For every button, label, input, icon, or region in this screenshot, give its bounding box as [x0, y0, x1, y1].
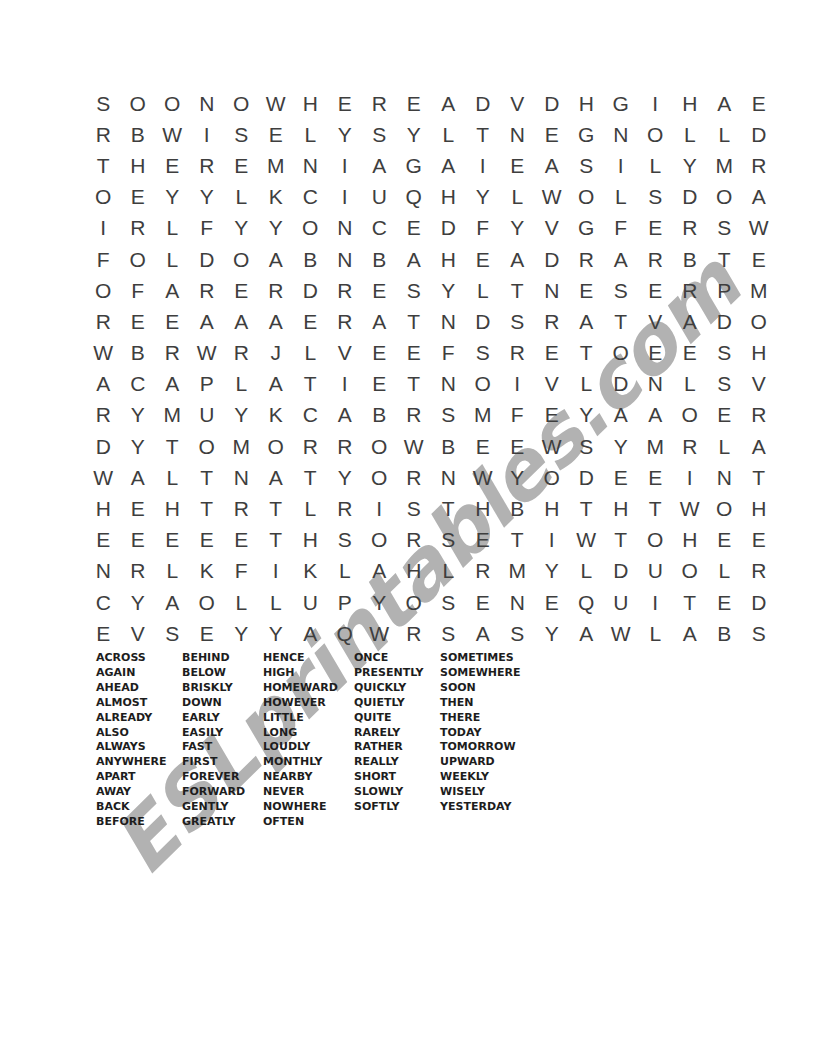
grid-cell-r15c11: S: [431, 525, 466, 556]
word-however: HOWEVER: [263, 696, 354, 711]
grid-cell-r15c12: E: [466, 525, 501, 556]
word-almost: ALMOST: [96, 696, 182, 711]
word-forever: FOREVER: [182, 770, 263, 785]
grid-cell-r11c10: R: [397, 400, 432, 431]
grid-cell-r13c8: Y: [328, 462, 363, 493]
grid-cell-r14c3: H: [155, 493, 190, 524]
grid-cell-r10c13: I: [500, 369, 535, 400]
grid-cell-r10c2: C: [121, 369, 156, 400]
grid-cell-r18c3: S: [155, 618, 190, 649]
word-softly: SOFTLY: [354, 800, 440, 815]
grid-cell-r5c2: R: [121, 213, 156, 244]
grid-cell-r5c7: O: [293, 213, 328, 244]
grid-cell-r17c3: A: [155, 587, 190, 618]
grid-cell-r13c11: N: [431, 462, 466, 493]
grid-cell-r1c5: O: [224, 88, 259, 119]
word-yesterday: YESTERDAY: [440, 800, 530, 815]
grid-cell-r17c2: Y: [121, 587, 156, 618]
word-quietly: QUIETLY: [354, 696, 440, 711]
grid-cell-r14c5: R: [224, 493, 259, 524]
grid-cell-r3c9: A: [362, 150, 397, 181]
grid-cell-r9c15: T: [569, 338, 604, 369]
grid-cell-r1c13: V: [500, 88, 535, 119]
grid-cell-r12c10: W: [397, 431, 432, 462]
word-quite: QUITE: [354, 711, 440, 726]
word-apart: APART: [96, 770, 182, 785]
grid-cell-r7c6: R: [259, 275, 294, 306]
grid-cell-r6c1: F: [86, 244, 121, 275]
grid-cell-r14c17: T: [638, 493, 673, 524]
word-list: ACROSSAGAINAHEADALMOSTALREADYALSOALWAYSA…: [96, 651, 530, 830]
grid-cell-r3c11: A: [431, 150, 466, 181]
grid-cell-r3c12: I: [466, 150, 501, 181]
grid-cell-r9c20: H: [742, 338, 777, 369]
grid-cell-r16c9: A: [362, 556, 397, 587]
grid-cell-r9c9: E: [362, 338, 397, 369]
grid-cell-r13c17: E: [638, 462, 673, 493]
word-again: AGAIN: [96, 666, 182, 681]
word-wisely: WISELY: [440, 785, 530, 800]
grid-cell-r6c13: A: [500, 244, 535, 275]
grid-cell-r5c9: C: [362, 213, 397, 244]
grid-cell-r5c20: W: [742, 213, 777, 244]
grid-cell-r17c9: Y: [362, 587, 397, 618]
grid-cell-r2c2: B: [121, 119, 156, 150]
grid-cell-r9c18: E: [673, 338, 708, 369]
word-then: THEN: [440, 696, 530, 711]
grid-cell-r14c9: I: [362, 493, 397, 524]
grid-cell-r11c20: R: [742, 400, 777, 431]
grid-cell-r13c13: Y: [500, 462, 535, 493]
word-briskly: BRISKLY: [182, 681, 263, 696]
grid-cell-r6c16: A: [604, 244, 639, 275]
grid-cell-r5c14: V: [535, 213, 570, 244]
grid-cell-r2c6: E: [259, 119, 294, 150]
grid-cell-r9c8: V: [328, 338, 363, 369]
grid-cell-r12c5: M: [224, 431, 259, 462]
word-before: BEFORE: [96, 815, 182, 830]
grid-cell-r11c9: B: [362, 400, 397, 431]
grid-cell-r12c3: T: [155, 431, 190, 462]
word-little: LITTLE: [263, 711, 354, 726]
grid-cell-r1c15: H: [569, 88, 604, 119]
word-list-column-5: SOMETIMESSOMEWHERESOONTHENTHERETODAYTOMO…: [440, 651, 530, 830]
grid-cell-r11c7: C: [293, 400, 328, 431]
grid-cell-r15c1: E: [86, 525, 121, 556]
grid-cell-r15c4: E: [190, 525, 225, 556]
grid-cell-r7c20: M: [742, 275, 777, 306]
grid-cell-r12c6: O: [259, 431, 294, 462]
word-rarely: RARELY: [354, 726, 440, 741]
grid-cell-r3c16: I: [604, 150, 639, 181]
grid-cell-r13c14: O: [535, 462, 570, 493]
word-sometimes: SOMETIMES: [440, 651, 530, 666]
grid-cell-r10c17: N: [638, 369, 673, 400]
grid-cell-r7c8: R: [328, 275, 363, 306]
grid-cell-r3c17: L: [638, 150, 673, 181]
grid-cell-r16c13: M: [500, 556, 535, 587]
word-anywhere: ANYWHERE: [96, 755, 182, 770]
grid-cell-r11c2: Y: [121, 400, 156, 431]
grid-cell-r3c8: I: [328, 150, 363, 181]
grid-cell-r7c14: N: [535, 275, 570, 306]
grid-cell-r12c20: A: [742, 431, 777, 462]
grid-cell-r10c15: L: [569, 369, 604, 400]
grid-cell-r7c17: E: [638, 275, 673, 306]
word-easily: EASILY: [182, 726, 263, 741]
grid-cell-r14c4: T: [190, 493, 225, 524]
grid-cell-r7c7: D: [293, 275, 328, 306]
word-across: ACROSS: [96, 651, 182, 666]
word-high: HIGH: [263, 666, 354, 681]
grid-cell-r6c3: L: [155, 244, 190, 275]
grid-cell-r6c18: B: [673, 244, 708, 275]
grid-cell-r17c8: P: [328, 587, 363, 618]
grid-cell-r18c20: S: [742, 618, 777, 649]
grid-cell-r11c12: M: [466, 400, 501, 431]
grid-cell-r18c1: E: [86, 618, 121, 649]
grid-cell-r2c8: Y: [328, 119, 363, 150]
worksheet-page: ESLprintables.com SOONOWHEREADVDHGIHAERB…: [0, 0, 821, 1062]
grid-cell-r1c20: E: [742, 88, 777, 119]
word-presently: PRESENTLY: [354, 666, 440, 681]
grid-cell-r1c8: E: [328, 88, 363, 119]
grid-cell-r2c10: Y: [397, 119, 432, 150]
grid-cell-r5c3: L: [155, 213, 190, 244]
grid-cell-r13c6: A: [259, 462, 294, 493]
grid-cell-r9c19: S: [707, 338, 742, 369]
grid-cell-r1c17: I: [638, 88, 673, 119]
grid-cell-r16c8: L: [328, 556, 363, 587]
grid-cell-r15c7: H: [293, 525, 328, 556]
grid-cell-r8c2: E: [121, 306, 156, 337]
grid-cell-r17c7: U: [293, 587, 328, 618]
grid-cell-r17c20: D: [742, 587, 777, 618]
grid-cell-r10c1: A: [86, 369, 121, 400]
grid-cell-r4c10: Q: [397, 182, 432, 213]
grid-cell-r11c18: O: [673, 400, 708, 431]
word-early: EARLY: [182, 711, 263, 726]
grid-cell-r16c20: R: [742, 556, 777, 587]
grid-cell-r7c2: F: [121, 275, 156, 306]
grid-cell-r12c16: Y: [604, 431, 639, 462]
grid-cell-r4c8: I: [328, 182, 363, 213]
grid-cell-r13c7: T: [293, 462, 328, 493]
grid-cell-r6c10: A: [397, 244, 432, 275]
grid-cell-r9c16: O: [604, 338, 639, 369]
grid-cell-r12c11: B: [431, 431, 466, 462]
grid-cell-r9c14: E: [535, 338, 570, 369]
grid-cell-r3c20: R: [742, 150, 777, 181]
grid-cell-r17c10: O: [397, 587, 432, 618]
grid-cell-r11c19: E: [707, 400, 742, 431]
grid-cell-r15c8: S: [328, 525, 363, 556]
grid-cell-r2c13: N: [500, 119, 535, 150]
word-list-column-1: ACROSSAGAINAHEADALMOSTALREADYALSOALWAYSA…: [96, 651, 182, 830]
grid-cell-r3c1: T: [86, 150, 121, 181]
word-monthly: MONTHLY: [263, 755, 354, 770]
grid-cell-r3c2: H: [121, 150, 156, 181]
grid-cell-r16c12: R: [466, 556, 501, 587]
grid-cell-r3c18: Y: [673, 150, 708, 181]
grid-cell-r8c5: A: [224, 306, 259, 337]
grid-cell-r2c11: L: [431, 119, 466, 150]
grid-cell-r17c11: S: [431, 587, 466, 618]
word-nearby: NEARBY: [263, 770, 354, 785]
grid-cell-r5c6: Y: [259, 213, 294, 244]
grid-cell-r8c8: R: [328, 306, 363, 337]
grid-cell-r8c15: A: [569, 306, 604, 337]
word-slowly: SLOWLY: [354, 785, 440, 800]
grid-cell-r14c14: H: [535, 493, 570, 524]
grid-cell-r3c4: R: [190, 150, 225, 181]
word-forward: FORWARD: [182, 785, 263, 800]
grid-cell-r10c5: L: [224, 369, 259, 400]
grid-cell-r18c8: Q: [328, 618, 363, 649]
word-once: ONCE: [354, 651, 440, 666]
grid-cell-r17c15: Q: [569, 587, 604, 618]
grid-cell-r16c16: D: [604, 556, 639, 587]
grid-cell-r8c7: E: [293, 306, 328, 337]
grid-cell-r12c4: O: [190, 431, 225, 462]
grid-cell-r1c7: H: [293, 88, 328, 119]
grid-cell-r10c10: T: [397, 369, 432, 400]
grid-cell-r17c18: T: [673, 587, 708, 618]
grid-cell-r14c13: B: [500, 493, 535, 524]
grid-cell-r2c15: G: [569, 119, 604, 150]
grid-cell-r2c3: W: [155, 119, 190, 150]
grid-cell-r5c1: I: [86, 213, 121, 244]
grid-cell-r9c17: E: [638, 338, 673, 369]
grid-cell-r10c11: N: [431, 369, 466, 400]
grid-cell-r15c10: R: [397, 525, 432, 556]
word-loudly: LOUDLY: [263, 740, 354, 755]
grid-cell-r13c18: I: [673, 462, 708, 493]
grid-cell-r6c6: A: [259, 244, 294, 275]
grid-cell-r12c1: D: [86, 431, 121, 462]
grid-cell-r11c14: E: [535, 400, 570, 431]
grid-cell-r16c17: U: [638, 556, 673, 587]
grid-cell-r6c12: E: [466, 244, 501, 275]
grid-cell-r2c1: R: [86, 119, 121, 150]
grid-cell-r9c12: S: [466, 338, 501, 369]
word-ahead: AHEAD: [96, 681, 182, 696]
grid-cell-r4c3: Y: [155, 182, 190, 213]
grid-cell-r2c19: L: [707, 119, 742, 150]
grid-cell-r2c7: L: [293, 119, 328, 150]
grid-cell-r3c5: E: [224, 150, 259, 181]
grid-cell-r1c4: N: [190, 88, 225, 119]
grid-cell-r11c13: F: [500, 400, 535, 431]
grid-cell-r9c2: B: [121, 338, 156, 369]
word-upward: UPWARD: [440, 755, 530, 770]
word-weekly: WEEKLY: [440, 770, 530, 785]
grid-cell-r14c20: H: [742, 493, 777, 524]
grid-cell-r16c14: Y: [535, 556, 570, 587]
grid-cell-r9c4: W: [190, 338, 225, 369]
grid-cell-r4c18: D: [673, 182, 708, 213]
grid-cell-r12c17: M: [638, 431, 673, 462]
grid-cell-r13c9: O: [362, 462, 397, 493]
grid-cell-r3c19: M: [707, 150, 742, 181]
grid-cell-r6c5: O: [224, 244, 259, 275]
grid-cell-r10c9: E: [362, 369, 397, 400]
grid-cell-r14c18: W: [673, 493, 708, 524]
grid-cell-r7c15: E: [569, 275, 604, 306]
grid-cell-r1c19: A: [707, 88, 742, 119]
grid-cell-r1c12: D: [466, 88, 501, 119]
word-gently: GENTLY: [182, 800, 263, 815]
grid-cell-r4c16: L: [604, 182, 639, 213]
grid-cell-r14c10: S: [397, 493, 432, 524]
grid-cell-r9c7: L: [293, 338, 328, 369]
grid-cell-r17c4: O: [190, 587, 225, 618]
grid-cell-r13c2: A: [121, 462, 156, 493]
word-never: NEVER: [263, 785, 354, 800]
grid-cell-r5c13: Y: [500, 213, 535, 244]
grid-cell-r4c2: E: [121, 182, 156, 213]
grid-cell-r17c5: L: [224, 587, 259, 618]
grid-cell-r13c19: N: [707, 462, 742, 493]
grid-cell-r11c16: A: [604, 400, 639, 431]
grid-cell-r5c19: S: [707, 213, 742, 244]
word-nowhere: NOWHERE: [263, 800, 354, 815]
grid-cell-r8c13: S: [500, 306, 535, 337]
grid-cell-r3c10: G: [397, 150, 432, 181]
grid-cell-r10c4: P: [190, 369, 225, 400]
grid-cell-r7c13: T: [500, 275, 535, 306]
word-there: THERE: [440, 711, 530, 726]
grid-cell-r9c11: F: [431, 338, 466, 369]
grid-cell-r4c14: W: [535, 182, 570, 213]
grid-cell-r14c11: T: [431, 493, 466, 524]
grid-cell-r7c18: R: [673, 275, 708, 306]
grid-cell-r4c20: A: [742, 182, 777, 213]
grid-cell-r3c7: N: [293, 150, 328, 181]
grid-cell-r4c13: L: [500, 182, 535, 213]
grid-cell-r12c7: R: [293, 431, 328, 462]
grid-cell-r4c17: S: [638, 182, 673, 213]
grid-cell-r17c6: L: [259, 587, 294, 618]
grid-cell-r16c10: H: [397, 556, 432, 587]
grid-cell-r1c6: W: [259, 88, 294, 119]
word-list-column-3: HENCEHIGHHOMEWARDHOWEVERLITTLELONGLOUDLY…: [263, 651, 354, 830]
grid-cell-r7c10: S: [397, 275, 432, 306]
grid-cell-r9c5: R: [224, 338, 259, 369]
grid-cell-r14c16: H: [604, 493, 639, 524]
grid-cell-r18c13: S: [500, 618, 535, 649]
grid-cell-r11c17: A: [638, 400, 673, 431]
grid-cell-r14c7: L: [293, 493, 328, 524]
grid-cell-r14c19: O: [707, 493, 742, 524]
grid-cell-r15c5: E: [224, 525, 259, 556]
grid-cell-r8c17: V: [638, 306, 673, 337]
word-list-column-4: ONCEPRESENTLYQUICKLYQUIETLYQUITERARELYRA…: [354, 651, 440, 830]
grid-cell-r11c11: S: [431, 400, 466, 431]
grid-cell-r4c4: Y: [190, 182, 225, 213]
grid-cell-r12c9: O: [362, 431, 397, 462]
grid-cell-r11c5: Y: [224, 400, 259, 431]
word-homeward: HOMEWARD: [263, 681, 354, 696]
grid-cell-r4c6: K: [259, 182, 294, 213]
grid-cell-r14c6: T: [259, 493, 294, 524]
grid-cell-r12c12: E: [466, 431, 501, 462]
grid-cell-r4c5: L: [224, 182, 259, 213]
word-hence: HENCE: [263, 651, 354, 666]
grid-cell-r5c16: F: [604, 213, 639, 244]
grid-cell-r18c18: A: [673, 618, 708, 649]
grid-cell-r8c10: T: [397, 306, 432, 337]
grid-cell-r11c3: M: [155, 400, 190, 431]
grid-cell-r13c3: L: [155, 462, 190, 493]
grid-cell-r8c9: A: [362, 306, 397, 337]
grid-cell-r14c8: R: [328, 493, 363, 524]
grid-cell-r7c16: S: [604, 275, 639, 306]
grid-cell-r18c2: V: [121, 618, 156, 649]
grid-cell-r18c16: W: [604, 618, 639, 649]
grid-cell-r12c18: R: [673, 431, 708, 462]
word-rather: RATHER: [354, 740, 440, 755]
grid-cell-r1c3: O: [155, 88, 190, 119]
word-list-column-2: BEHINDBELOWBRISKLYDOWNEARLYEASILYFASTFIR…: [182, 651, 263, 830]
word-behind: BEHIND: [182, 651, 263, 666]
grid-cell-r18c19: B: [707, 618, 742, 649]
grid-cell-r16c18: O: [673, 556, 708, 587]
grid-cell-r9c10: E: [397, 338, 432, 369]
grid-cell-r15c16: T: [604, 525, 639, 556]
grid-cell-r5c8: N: [328, 213, 363, 244]
grid-cell-r8c16: T: [604, 306, 639, 337]
grid-cell-r18c12: A: [466, 618, 501, 649]
word-short: SHORT: [354, 770, 440, 785]
grid-cell-r3c15: S: [569, 150, 604, 181]
grid-cell-r18c4: E: [190, 618, 225, 649]
grid-cell-r8c12: D: [466, 306, 501, 337]
grid-cell-r3c6: M: [259, 150, 294, 181]
grid-cell-r10c20: V: [742, 369, 777, 400]
grid-cell-r15c14: I: [535, 525, 570, 556]
grid-cell-r16c5: F: [224, 556, 259, 587]
grid-cell-r14c1: H: [86, 493, 121, 524]
grid-cell-r12c8: R: [328, 431, 363, 462]
grid-cell-r16c4: K: [190, 556, 225, 587]
grid-cell-r10c7: T: [293, 369, 328, 400]
grid-cell-r13c1: W: [86, 462, 121, 493]
grid-cell-r10c12: O: [466, 369, 501, 400]
grid-cell-r6c8: N: [328, 244, 363, 275]
grid-cell-r2c12: T: [466, 119, 501, 150]
grid-cell-r14c12: H: [466, 493, 501, 524]
grid-cell-r6c9: B: [362, 244, 397, 275]
grid-cell-r8c19: D: [707, 306, 742, 337]
grid-cell-r3c14: A: [535, 150, 570, 181]
grid-cell-r16c2: R: [121, 556, 156, 587]
grid-cell-r16c19: L: [707, 556, 742, 587]
word-tomorrow: TOMORROW: [440, 740, 530, 755]
grid-cell-r8c3: E: [155, 306, 190, 337]
grid-cell-r4c9: U: [362, 182, 397, 213]
grid-cell-r17c12: E: [466, 587, 501, 618]
grid-cell-r2c14: E: [535, 119, 570, 150]
grid-cell-r10c14: V: [535, 369, 570, 400]
grid-cell-r2c17: O: [638, 119, 673, 150]
grid-cell-r13c4: T: [190, 462, 225, 493]
grid-cell-r6c11: H: [431, 244, 466, 275]
word-search-grid: SOONOWHEREADVDHGIHAERBWISELYSYLTNEGNOLLD…: [86, 88, 776, 649]
grid-cell-r17c17: I: [638, 587, 673, 618]
grid-cell-r5c11: D: [431, 213, 466, 244]
word-really: REALLY: [354, 755, 440, 770]
